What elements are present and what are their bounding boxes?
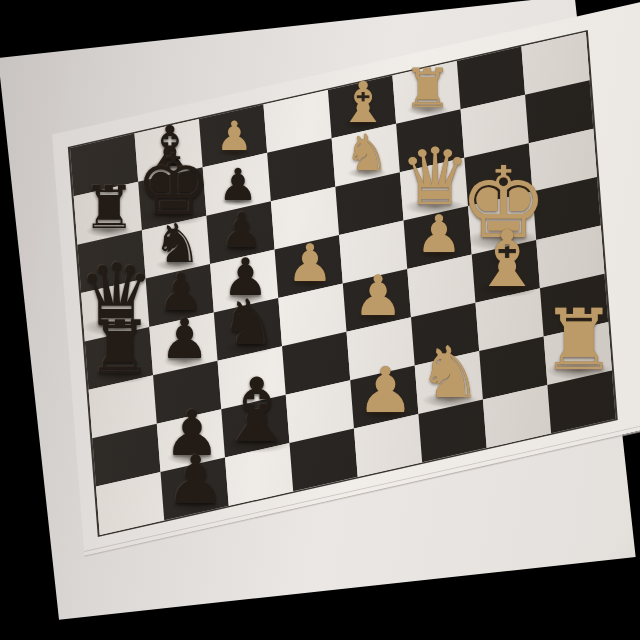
pieces-layer: ♜♝♟♝♞♟♛♚♜♚♟♟♞♟♝♟♟♟♛♞♟♜♜♞♟♝♟♟ <box>0 0 640 640</box>
piece-white-pawn-e3: ♟ <box>416 209 462 261</box>
piece-white-rook-h3: ♜ <box>404 62 452 116</box>
piece-black-bishop-b6: ♝ <box>217 366 296 455</box>
photo-content: ♜♝♟♝♞♟♛♚♜♚♟♟♞♟♝♟♟♟♛♞♟♜♜♞♟♝♟♟ <box>0 0 640 640</box>
piece-white-pawn-h6: ♟ <box>216 117 252 157</box>
piece-black-pawn-g6: ♟ <box>218 162 258 206</box>
piece-white-knight-g4: ♞ <box>345 128 390 178</box>
piece-white-bishop-d2: ♝ <box>472 221 542 299</box>
piece-black-rook-d8: ♜ <box>87 311 153 385</box>
piece-white-knight-b3: ♞ <box>418 337 482 408</box>
piece-white-pawn-e5: ♟ <box>287 238 333 290</box>
photo-scene: ♜♝♟♝♞♟♛♚♜♚♟♟♞♟♝♟♟♟♛♞♟♜♜♞♟♝♟♟ <box>0 0 640 640</box>
piece-white-pawn-b4: ♟ <box>357 359 413 422</box>
piece-white-pawn-d4: ♟ <box>353 269 403 324</box>
piece-black-rook-g8: ♜ <box>83 179 136 238</box>
piece-black-pawn-d7: ♟ <box>160 312 210 367</box>
piece-black-pawn-a7: ♟ <box>166 448 226 515</box>
piece-black-knight-d6: ♞ <box>221 292 277 355</box>
piece-white-rook-b1: ♜ <box>541 298 616 382</box>
